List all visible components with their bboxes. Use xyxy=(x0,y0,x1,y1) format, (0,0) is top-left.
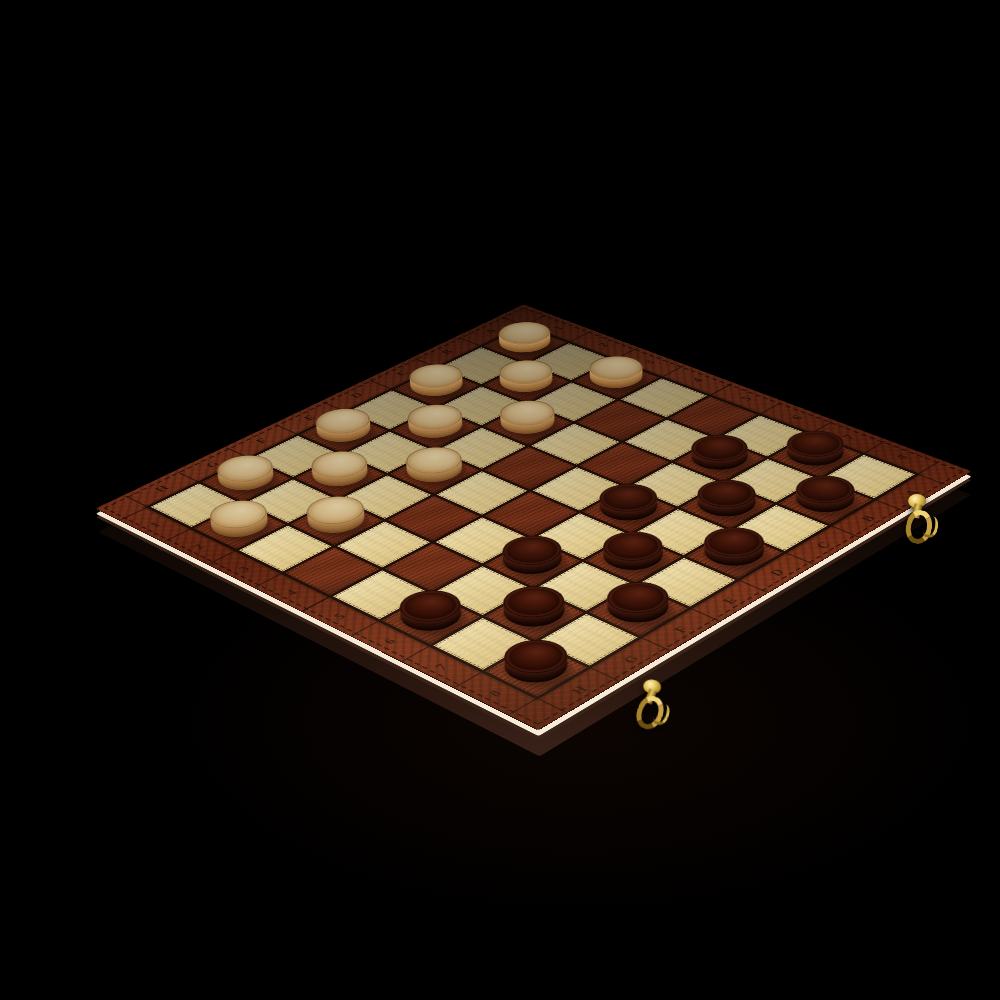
frame-tick xyxy=(208,551,235,565)
frame-tick xyxy=(275,424,297,434)
coord-letter-C-lower-right-edge: C xyxy=(807,537,840,553)
coord-number-8-lower-left-edge: 8 xyxy=(477,684,512,703)
frame-tick xyxy=(125,496,147,507)
coord-number-6-upper-right-edge: 6 xyxy=(782,411,812,425)
frame-tick xyxy=(164,529,191,542)
square-G5[interactable] xyxy=(382,542,482,592)
coord-number-2-lower-left-edge: 2 xyxy=(183,539,215,555)
frame-tick xyxy=(739,580,767,592)
perspective-wrapper: 11AA22BB33CC44DD55EE66FF77GG88HH xyxy=(0,0,1000,1000)
coord-number-7-lower-left-edge: 7 xyxy=(424,658,458,676)
frame-tick xyxy=(831,526,859,538)
clasp-hook-icon xyxy=(923,515,940,539)
frame-tick xyxy=(786,553,814,565)
square-F4[interactable] xyxy=(385,495,482,542)
coord-number-5-lower-left-edge: 5 xyxy=(323,608,356,625)
frame-tick xyxy=(591,668,620,682)
frame-tick xyxy=(369,380,391,389)
frame-tick xyxy=(402,646,429,661)
frame-tick xyxy=(864,441,886,453)
frame-tick xyxy=(176,471,198,482)
coord-number-2-upper-right-edge: 2 xyxy=(589,339,617,351)
checkers-board-3d: 11AA22BB33CC44DD55EE66FF77GG88HH xyxy=(95,304,972,730)
coord-number-8-upper-right-edge: 8 xyxy=(887,450,918,465)
coord-number-6-lower-left-edge: 6 xyxy=(373,632,407,650)
coord-number-4-lower-left-edge: 4 xyxy=(275,584,308,601)
frame-tick xyxy=(919,474,947,485)
frame-tick xyxy=(691,608,720,621)
brass-clasp-bottom xyxy=(626,675,681,739)
coord-number-5-upper-right-edge: 5 xyxy=(731,392,761,405)
scene: 11AA22BB33CC44DD55EE66FF77GG88HH xyxy=(0,0,1000,1000)
square-H4[interactable] xyxy=(282,546,382,596)
frame-tick xyxy=(351,621,378,636)
frame-tick xyxy=(455,672,483,688)
frame-tick xyxy=(710,384,732,395)
coord-number-1-lower-left-edge: 1 xyxy=(139,517,170,532)
coord-letter-E-lower-right-edge: E xyxy=(713,592,747,609)
frame-tick xyxy=(569,331,591,342)
frame-tick xyxy=(760,402,782,414)
frame-tick xyxy=(254,574,281,588)
coord-letter-G-lower-right-edge: G xyxy=(614,650,649,668)
frame-tick xyxy=(662,366,684,377)
brass-clasp-right xyxy=(898,492,944,550)
frame-tick xyxy=(918,461,940,474)
frame-tick xyxy=(120,507,147,520)
camera-rotation: 11AA22BB33CC44DD55EE66FF77GG88HH xyxy=(0,0,1000,1000)
square-E5[interactable] xyxy=(482,491,580,538)
frame-tick xyxy=(642,638,671,651)
frame-tick xyxy=(458,337,480,346)
coord-number-3-lower-left-edge: 3 xyxy=(228,561,260,577)
coord-number-4-upper-right-edge: 4 xyxy=(683,374,712,387)
frame-tick xyxy=(509,699,537,715)
frame-tick xyxy=(538,698,567,712)
